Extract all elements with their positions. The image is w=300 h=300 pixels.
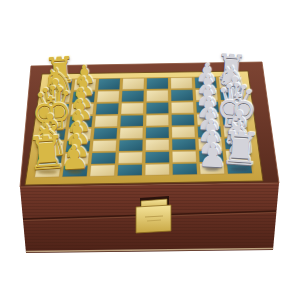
board-square [173,164,198,175]
board-square [35,166,61,177]
board-square [66,141,91,152]
board-square [96,103,119,114]
board-square [47,92,70,103]
board-square [198,126,222,137]
board-square [196,102,219,113]
board-square [221,101,244,112]
board-square [147,78,168,89]
board-square [122,78,144,89]
board-square [91,153,116,164]
board-square [120,128,143,139]
board-square [199,151,224,162]
board-square [97,91,120,102]
board-square [197,114,220,125]
board-square [94,128,118,139]
photo-scene: ♜♟♟♜♞♟♟♞♝♟♟♝♛♟♟♛♚♟♟♚♝♟♟♝♞♟♟♞♜♟♟♜ [0,0,300,300]
board-square [145,152,169,163]
board-square [219,77,242,88]
board-square [220,89,243,100]
board-square [145,164,169,175]
board-square [69,116,93,127]
board-square [171,90,193,101]
board-square [74,79,96,90]
board-square [172,114,195,125]
board-square [41,129,66,140]
board-square [45,104,69,115]
board-square [67,128,91,139]
board-square [62,165,87,176]
board-square [223,126,247,137]
board-square [195,77,217,88]
board-square [227,163,252,174]
board-square [200,163,225,174]
board-square [122,91,144,102]
board-square [226,150,251,161]
board-square [72,91,95,102]
board-square [37,154,62,165]
board-square [95,116,118,127]
board-square [195,89,218,100]
board-square [222,114,246,125]
board-square [225,138,250,149]
board-square [146,139,170,150]
board-square [39,141,64,152]
board-square [121,103,144,114]
board-square [119,140,143,151]
board-square [50,79,73,90]
board-square [71,104,94,115]
board-square [146,115,169,126]
board-square [198,139,222,150]
board-square [92,140,116,151]
board-square [118,152,142,163]
board-square [171,102,194,113]
board-square [172,127,195,138]
board-square [172,139,196,150]
chess-box [0,0,300,300]
board-square [64,153,89,164]
clasp-plate [136,205,171,233]
board-square [98,79,120,90]
board-square [146,127,169,138]
board-square [147,90,169,101]
board-square [43,117,67,128]
board-square [118,165,143,176]
board-square [171,78,193,89]
board-square [120,115,143,126]
board-square [146,103,168,114]
board-square [172,151,196,162]
board-square [90,165,115,176]
